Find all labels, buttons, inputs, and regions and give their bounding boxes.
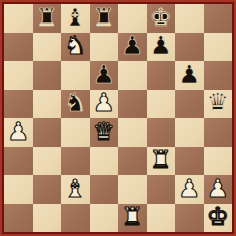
square-c4[interactable] bbox=[61, 118, 90, 147]
square-a5[interactable] bbox=[4, 90, 33, 119]
square-c7[interactable]: ♞ bbox=[61, 33, 90, 62]
square-b8[interactable]: ♜ bbox=[33, 4, 62, 33]
square-e2[interactable] bbox=[118, 175, 147, 204]
square-b7[interactable] bbox=[33, 33, 62, 62]
square-e1[interactable]: ♜ bbox=[118, 204, 147, 233]
piece-white-pawn[interactable]: ♟ bbox=[7, 119, 29, 144]
piece-black-king[interactable]: ♚ bbox=[150, 5, 172, 30]
square-h5[interactable]: ♛ bbox=[204, 90, 233, 119]
piece-black-rook[interactable]: ♜ bbox=[36, 5, 58, 30]
square-g4[interactable] bbox=[175, 118, 204, 147]
square-b1[interactable] bbox=[33, 204, 62, 233]
square-f3[interactable]: ♜ bbox=[147, 147, 176, 176]
square-h2[interactable]: ♟ bbox=[204, 175, 233, 204]
square-d3[interactable] bbox=[90, 147, 119, 176]
square-h7[interactable] bbox=[204, 33, 233, 62]
piece-white-rook[interactable]: ♜ bbox=[121, 204, 143, 229]
square-e3[interactable] bbox=[118, 147, 147, 176]
square-c8[interactable]: ♝ bbox=[61, 4, 90, 33]
piece-white-knight[interactable]: ♞ bbox=[64, 33, 86, 58]
square-f6[interactable] bbox=[147, 61, 176, 90]
square-b3[interactable] bbox=[33, 147, 62, 176]
square-g6[interactable]: ♟ bbox=[175, 61, 204, 90]
square-f4[interactable] bbox=[147, 118, 176, 147]
square-h3[interactable] bbox=[204, 147, 233, 176]
square-g2[interactable]: ♟ bbox=[175, 175, 204, 204]
piece-white-queen[interactable]: ♛ bbox=[93, 119, 115, 144]
square-f5[interactable] bbox=[147, 90, 176, 119]
square-a4[interactable]: ♟ bbox=[4, 118, 33, 147]
square-a7[interactable] bbox=[4, 33, 33, 62]
square-e5[interactable] bbox=[118, 90, 147, 119]
square-c6[interactable] bbox=[61, 61, 90, 90]
square-b4[interactable] bbox=[33, 118, 62, 147]
square-h1[interactable]: ♚ bbox=[204, 204, 233, 233]
square-e6[interactable] bbox=[118, 61, 147, 90]
piece-black-pawn[interactable]: ♟ bbox=[150, 33, 172, 58]
square-g7[interactable] bbox=[175, 33, 204, 62]
piece-black-queen[interactable]: ♛ bbox=[207, 90, 229, 115]
square-d6[interactable]: ♟ bbox=[90, 61, 119, 90]
square-h4[interactable] bbox=[204, 118, 233, 147]
square-b5[interactable] bbox=[33, 90, 62, 119]
piece-black-rook[interactable]: ♜ bbox=[93, 5, 115, 30]
piece-white-pawn[interactable]: ♟ bbox=[178, 176, 200, 201]
square-h6[interactable] bbox=[204, 61, 233, 90]
piece-black-pawn[interactable]: ♟ bbox=[121, 33, 143, 58]
piece-white-pawn[interactable]: ♟ bbox=[207, 176, 229, 201]
square-e4[interactable] bbox=[118, 118, 147, 147]
square-d7[interactable] bbox=[90, 33, 119, 62]
square-f2[interactable] bbox=[147, 175, 176, 204]
piece-black-knight[interactable]: ♞ bbox=[64, 90, 86, 115]
square-c5[interactable]: ♞ bbox=[61, 90, 90, 119]
square-c3[interactable] bbox=[61, 147, 90, 176]
square-c1[interactable] bbox=[61, 204, 90, 233]
square-d2[interactable] bbox=[90, 175, 119, 204]
square-g5[interactable] bbox=[175, 90, 204, 119]
piece-white-bishop[interactable]: ♝ bbox=[64, 176, 86, 201]
chess-diagram: ♜♝♜♚♞♟♟♟♟♞♟♛♟♛♜♝♟♟♜♚ bbox=[0, 0, 236, 236]
square-f8[interactable]: ♚ bbox=[147, 4, 176, 33]
piece-white-pawn[interactable]: ♟ bbox=[93, 90, 115, 115]
square-d5[interactable]: ♟ bbox=[90, 90, 119, 119]
square-b2[interactable] bbox=[33, 175, 62, 204]
piece-white-rook[interactable]: ♜ bbox=[150, 147, 172, 172]
square-f1[interactable] bbox=[147, 204, 176, 233]
chess-board: ♜♝♜♚♞♟♟♟♟♞♟♛♟♛♜♝♟♟♜♚ bbox=[4, 4, 232, 232]
square-a2[interactable] bbox=[4, 175, 33, 204]
square-f7[interactable]: ♟ bbox=[147, 33, 176, 62]
piece-black-pawn[interactable]: ♟ bbox=[178, 62, 200, 87]
square-e8[interactable] bbox=[118, 4, 147, 33]
square-a8[interactable] bbox=[4, 4, 33, 33]
square-d4[interactable]: ♛ bbox=[90, 118, 119, 147]
piece-black-bishop[interactable]: ♝ bbox=[64, 5, 86, 30]
piece-black-pawn[interactable]: ♟ bbox=[93, 62, 115, 87]
piece-white-king[interactable]: ♚ bbox=[207, 204, 229, 229]
square-d8[interactable]: ♜ bbox=[90, 4, 119, 33]
square-b6[interactable] bbox=[33, 61, 62, 90]
square-g3[interactable] bbox=[175, 147, 204, 176]
square-h8[interactable] bbox=[204, 4, 233, 33]
square-d1[interactable] bbox=[90, 204, 119, 233]
square-a3[interactable] bbox=[4, 147, 33, 176]
square-g1[interactable] bbox=[175, 204, 204, 233]
square-g8[interactable] bbox=[175, 4, 204, 33]
square-c2[interactable]: ♝ bbox=[61, 175, 90, 204]
square-a6[interactable] bbox=[4, 61, 33, 90]
square-e7[interactable]: ♟ bbox=[118, 33, 147, 62]
square-a1[interactable] bbox=[4, 204, 33, 233]
